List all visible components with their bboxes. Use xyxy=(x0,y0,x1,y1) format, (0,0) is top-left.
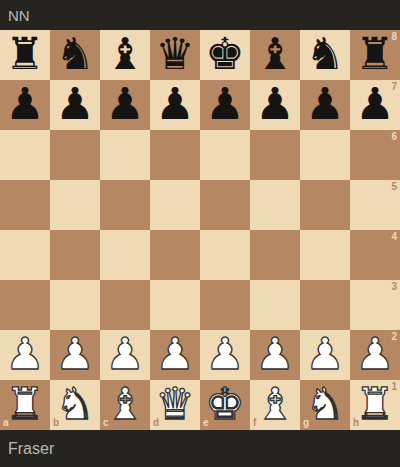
square-a4[interactable] xyxy=(0,230,50,280)
piece-white-bishop[interactable]: ♝ xyxy=(105,382,144,426)
piece-black-pawn[interactable]: ♟ xyxy=(55,82,94,126)
piece-black-pawn[interactable]: ♟ xyxy=(105,82,144,126)
square-h6[interactable]: 6 xyxy=(350,130,400,180)
square-e2[interactable]: ♟ xyxy=(200,330,250,380)
square-e7[interactable]: ♟ xyxy=(200,80,250,130)
piece-black-king[interactable]: ♚ xyxy=(205,32,244,76)
square-h1[interactable]: ♜1h xyxy=(350,380,400,430)
piece-white-king[interactable]: ♚ xyxy=(205,382,244,426)
piece-black-rook[interactable]: ♜ xyxy=(5,32,44,76)
piece-black-pawn[interactable]: ♟ xyxy=(205,82,244,126)
piece-white-bishop[interactable]: ♝ xyxy=(255,382,294,426)
square-f8[interactable]: ♝ xyxy=(250,30,300,80)
square-e4[interactable] xyxy=(200,230,250,280)
square-a3[interactable] xyxy=(0,280,50,330)
square-f1[interactable]: ♝f xyxy=(250,380,300,430)
square-d3[interactable] xyxy=(150,280,200,330)
square-d2[interactable]: ♟ xyxy=(150,330,200,380)
piece-black-pawn[interactable]: ♟ xyxy=(305,82,344,126)
square-a5[interactable] xyxy=(0,180,50,230)
square-g3[interactable] xyxy=(300,280,350,330)
file-label-b: b xyxy=(53,418,59,428)
piece-black-pawn[interactable]: ♟ xyxy=(355,82,394,126)
file-label-c: c xyxy=(103,418,109,428)
square-b3[interactable] xyxy=(50,280,100,330)
piece-white-queen[interactable]: ♛ xyxy=(155,382,194,426)
square-b1[interactable]: ♞b xyxy=(50,380,100,430)
square-g7[interactable]: ♟ xyxy=(300,80,350,130)
square-h5[interactable]: 5 xyxy=(350,180,400,230)
file-label-e: e xyxy=(203,418,209,428)
square-d8[interactable]: ♛ xyxy=(150,30,200,80)
piece-black-rook[interactable]: ♜ xyxy=(355,32,394,76)
piece-white-pawn[interactable]: ♟ xyxy=(305,332,344,376)
piece-white-knight[interactable]: ♞ xyxy=(55,382,94,426)
rank-label-5: 5 xyxy=(391,182,397,192)
file-label-d: d xyxy=(153,418,159,428)
square-f3[interactable] xyxy=(250,280,300,330)
piece-white-pawn[interactable]: ♟ xyxy=(255,332,294,376)
file-label-f: f xyxy=(253,418,256,428)
square-e5[interactable] xyxy=(200,180,250,230)
player-name: Fraser xyxy=(8,440,54,458)
square-g8[interactable]: ♞ xyxy=(300,30,350,80)
piece-white-rook[interactable]: ♜ xyxy=(355,382,394,426)
rank-label-3: 3 xyxy=(391,282,397,292)
piece-white-rook[interactable]: ♜ xyxy=(5,382,44,426)
rank-label-7: 7 xyxy=(391,82,397,92)
chess-app: NN ♜♞♝♛♚♝♞♜8♟♟♟♟♟♟♟♟76543♟♟♟♟♟♟♟♟2♜a♞b♝c… xyxy=(0,0,400,467)
file-label-a: a xyxy=(3,418,9,428)
piece-black-bishop[interactable]: ♝ xyxy=(255,32,294,76)
piece-white-pawn[interactable]: ♟ xyxy=(355,332,394,376)
square-e1[interactable]: ♚e xyxy=(200,380,250,430)
square-c5[interactable] xyxy=(100,180,150,230)
square-f7[interactable]: ♟ xyxy=(250,80,300,130)
chess-board: ♜♞♝♛♚♝♞♜8♟♟♟♟♟♟♟♟76543♟♟♟♟♟♟♟♟2♜a♞b♝c♛d♚… xyxy=(0,30,400,430)
piece-white-pawn[interactable]: ♟ xyxy=(155,332,194,376)
rank-label-1: 1 xyxy=(391,382,397,392)
square-h8[interactable]: ♜8 xyxy=(350,30,400,80)
piece-black-pawn[interactable]: ♟ xyxy=(5,82,44,126)
square-c6[interactable] xyxy=(100,130,150,180)
rank-label-2: 2 xyxy=(391,332,397,342)
piece-white-pawn[interactable]: ♟ xyxy=(55,332,94,376)
piece-white-pawn[interactable]: ♟ xyxy=(205,332,244,376)
piece-black-pawn[interactable]: ♟ xyxy=(155,82,194,126)
square-c8[interactable]: ♝ xyxy=(100,30,150,80)
square-a6[interactable] xyxy=(0,130,50,180)
piece-black-knight[interactable]: ♞ xyxy=(55,32,94,76)
piece-black-queen[interactable]: ♛ xyxy=(155,32,194,76)
square-c2[interactable]: ♟ xyxy=(100,330,150,380)
square-c3[interactable] xyxy=(100,280,150,330)
file-label-h: h xyxy=(353,418,359,428)
square-h3[interactable]: 3 xyxy=(350,280,400,330)
piece-white-pawn[interactable]: ♟ xyxy=(5,332,44,376)
rank-label-8: 8 xyxy=(391,32,397,42)
piece-black-pawn[interactable]: ♟ xyxy=(255,82,294,126)
square-c7[interactable]: ♟ xyxy=(100,80,150,130)
rank-label-6: 6 xyxy=(391,132,397,142)
square-h7[interactable]: ♟7 xyxy=(350,80,400,130)
square-f5[interactable] xyxy=(250,180,300,230)
square-g2[interactable]: ♟ xyxy=(300,330,350,380)
square-f4[interactable] xyxy=(250,230,300,280)
square-g4[interactable] xyxy=(300,230,350,280)
square-d1[interactable]: ♛d xyxy=(150,380,200,430)
square-a2[interactable]: ♟ xyxy=(0,330,50,380)
opponent-name: NN xyxy=(8,7,30,24)
piece-black-bishop[interactable]: ♝ xyxy=(105,32,144,76)
piece-black-knight[interactable]: ♞ xyxy=(305,32,344,76)
piece-white-pawn[interactable]: ♟ xyxy=(105,332,144,376)
square-c1[interactable]: ♝c xyxy=(100,380,150,430)
square-a8[interactable]: ♜ xyxy=(0,30,50,80)
rank-label-4: 4 xyxy=(391,232,397,242)
square-c4[interactable] xyxy=(100,230,150,280)
square-e8[interactable]: ♚ xyxy=(200,30,250,80)
square-b6[interactable] xyxy=(50,130,100,180)
square-d7[interactable]: ♟ xyxy=(150,80,200,130)
square-b8[interactable]: ♞ xyxy=(50,30,100,80)
square-f2[interactable]: ♟ xyxy=(250,330,300,380)
square-a7[interactable]: ♟ xyxy=(0,80,50,130)
square-g5[interactable] xyxy=(300,180,350,230)
opponent-bar: NN xyxy=(0,0,400,30)
square-h2[interactable]: ♟2 xyxy=(350,330,400,380)
piece-white-knight[interactable]: ♞ xyxy=(305,382,344,426)
file-label-g: g xyxy=(303,418,309,428)
player-bar: Fraser xyxy=(0,430,400,467)
square-d4[interactable] xyxy=(150,230,200,280)
square-d5[interactable] xyxy=(150,180,200,230)
square-g1[interactable]: ♞g xyxy=(300,380,350,430)
square-b4[interactable] xyxy=(50,230,100,280)
square-g6[interactable] xyxy=(300,130,350,180)
square-b2[interactable]: ♟ xyxy=(50,330,100,380)
square-h4[interactable]: 4 xyxy=(350,230,400,280)
square-e6[interactable] xyxy=(200,130,250,180)
square-e3[interactable] xyxy=(200,280,250,330)
square-b7[interactable]: ♟ xyxy=(50,80,100,130)
square-a1[interactable]: ♜a xyxy=(0,380,50,430)
square-b5[interactable] xyxy=(50,180,100,230)
square-f6[interactable] xyxy=(250,130,300,180)
square-d6[interactable] xyxy=(150,130,200,180)
